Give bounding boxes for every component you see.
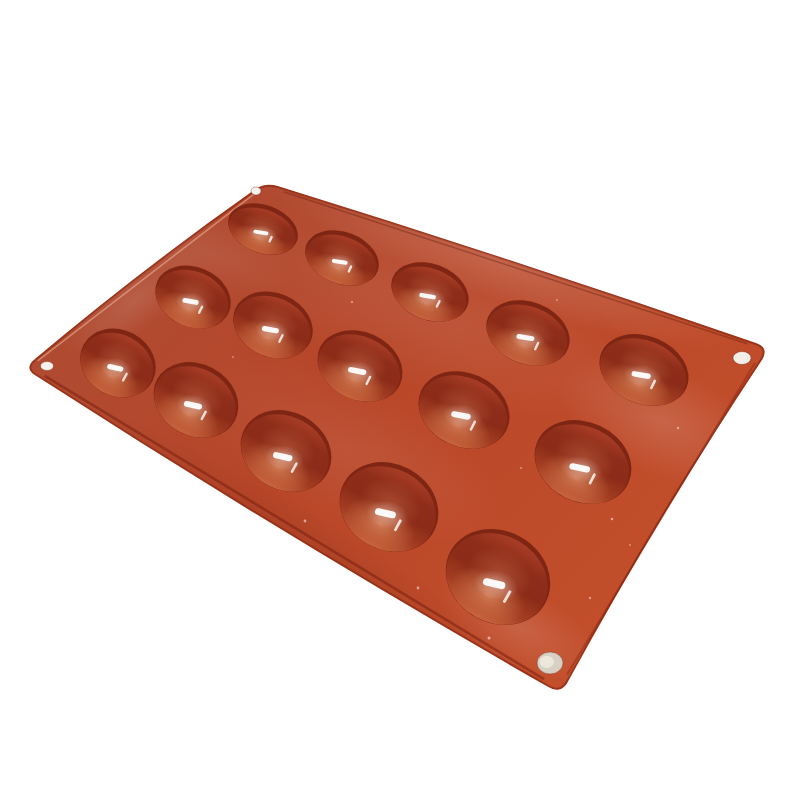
- speckle: [611, 518, 614, 521]
- speckle: [351, 301, 353, 303]
- silicone-mould-photo: [0, 0, 800, 800]
- speckle: [677, 427, 679, 429]
- speckle: [589, 597, 591, 599]
- hole-inner-light: [540, 656, 554, 668]
- hanging-hole-2: [41, 362, 54, 371]
- hanging-hole-1: [251, 187, 261, 195]
- speckle: [520, 467, 522, 469]
- speckle: [629, 544, 631, 546]
- product-photo-stage: [0, 0, 800, 800]
- speckle: [232, 356, 234, 358]
- speckle: [417, 587, 420, 590]
- hanging-hole-3: [733, 352, 751, 365]
- speckle: [304, 520, 307, 523]
- speckle: [556, 299, 558, 301]
- speckle: [488, 637, 491, 640]
